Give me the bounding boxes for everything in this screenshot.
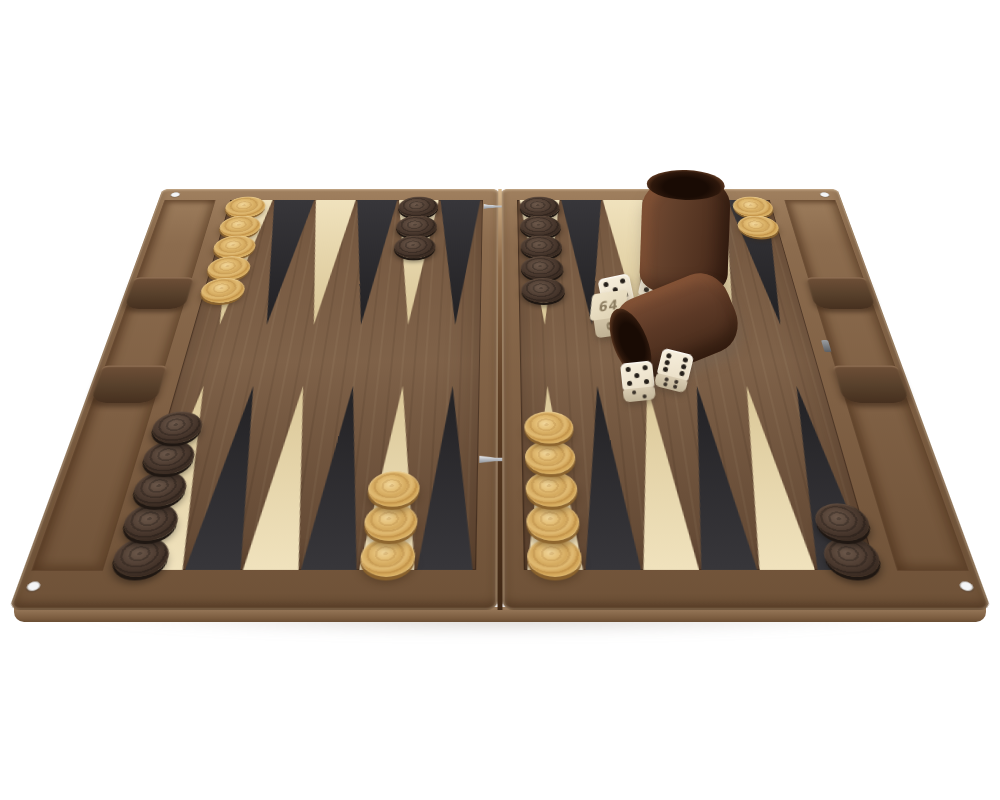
dark-checker[interactable] [521,256,564,280]
dice-cup-opening [646,169,725,202]
point-7[interactable] [416,383,478,570]
corner-magnet-dot [958,581,975,591]
points-row-bottom-left [126,383,478,570]
tray-divider-block [833,365,911,402]
scene: 64 8 [0,0,1000,800]
board-left-half [9,189,499,610]
tray-latch-icon [821,340,832,352]
light-checker[interactable] [198,278,248,303]
corner-magnet-dot [819,192,830,197]
points-row-bottom-right [522,383,874,570]
dark-checker[interactable] [819,537,884,576]
point-18[interactable] [431,200,481,328]
light-checker[interactable] [205,256,254,280]
light-checker[interactable] [526,471,579,506]
tray-divider-block [123,278,194,309]
black-point [417,383,477,570]
dark-checker[interactable] [393,236,436,259]
light-checker[interactable] [366,471,420,506]
board-right-half [502,189,992,610]
dark-checker[interactable] [522,278,566,303]
die[interactable] [620,360,656,402]
dark-checker[interactable] [521,236,563,259]
tray-divider-block [806,278,877,309]
corner-magnet-dot [25,581,42,591]
light-checker[interactable] [211,236,258,259]
black-point [432,200,480,328]
light-checker[interactable] [525,441,577,475]
light-checker[interactable] [524,412,574,444]
backgammon-board [9,189,991,610]
points-row-top-left [195,200,481,328]
dark-checker[interactable] [109,537,174,576]
tray-divider-block [90,365,168,402]
corner-magnet-dot [170,192,181,197]
dark-checker[interactable] [395,216,437,238]
